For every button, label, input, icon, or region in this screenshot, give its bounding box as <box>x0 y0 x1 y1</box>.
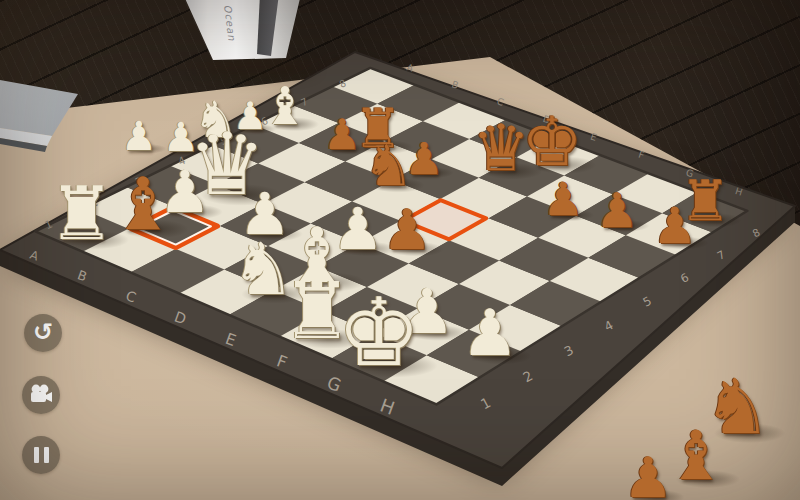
piece-black-bishop-b2[interactable]: ♝ <box>111 176 176 232</box>
piece-white-pawn-h2[interactable]: ♟ <box>461 309 518 359</box>
captured-black-bishop: ♝ <box>666 429 727 482</box>
notebook <box>0 62 90 152</box>
camera-icon <box>28 384 54 406</box>
piece-black-king-e8[interactable]: ♚ <box>522 115 583 168</box>
piece-white-king-g1[interactable]: ♚ <box>337 296 421 369</box>
pause-icon <box>34 447 49 463</box>
cup-body <box>181 0 303 64</box>
piece-black-pawn-b6[interactable]: ♟ <box>323 119 361 152</box>
captured-white-pawn: ♟ <box>121 121 157 152</box>
captured-black-pawn: ♟ <box>623 456 673 500</box>
game-screen: AABBCCDDEEFFGGHH1122334455667788 ♜♟♛♟♞♝♟… <box>0 0 800 500</box>
piece-black-pawn-g7[interactable]: ♟ <box>595 192 638 229</box>
piece-black-knight-c6[interactable]: ♞ <box>363 144 413 188</box>
piece-black-queen-d8[interactable]: ♛ <box>472 124 529 174</box>
piece-black-pawn-h7[interactable]: ♟ <box>653 207 698 246</box>
undo-icon: ↺ <box>33 320 53 344</box>
pause-button[interactable] <box>22 436 60 474</box>
captured-white-bishop: ♝ <box>262 86 309 127</box>
coffee-cup: Ocean <box>181 0 303 64</box>
piece-white-rook-a1[interactable]: ♜ <box>49 185 115 243</box>
piece-black-pawn-e4[interactable]: ♟ <box>382 208 432 252</box>
camera-button[interactable] <box>22 376 60 414</box>
piece-black-pawn-f7[interactable]: ♟ <box>542 182 583 218</box>
undo-button[interactable]: ↺ <box>24 314 62 352</box>
